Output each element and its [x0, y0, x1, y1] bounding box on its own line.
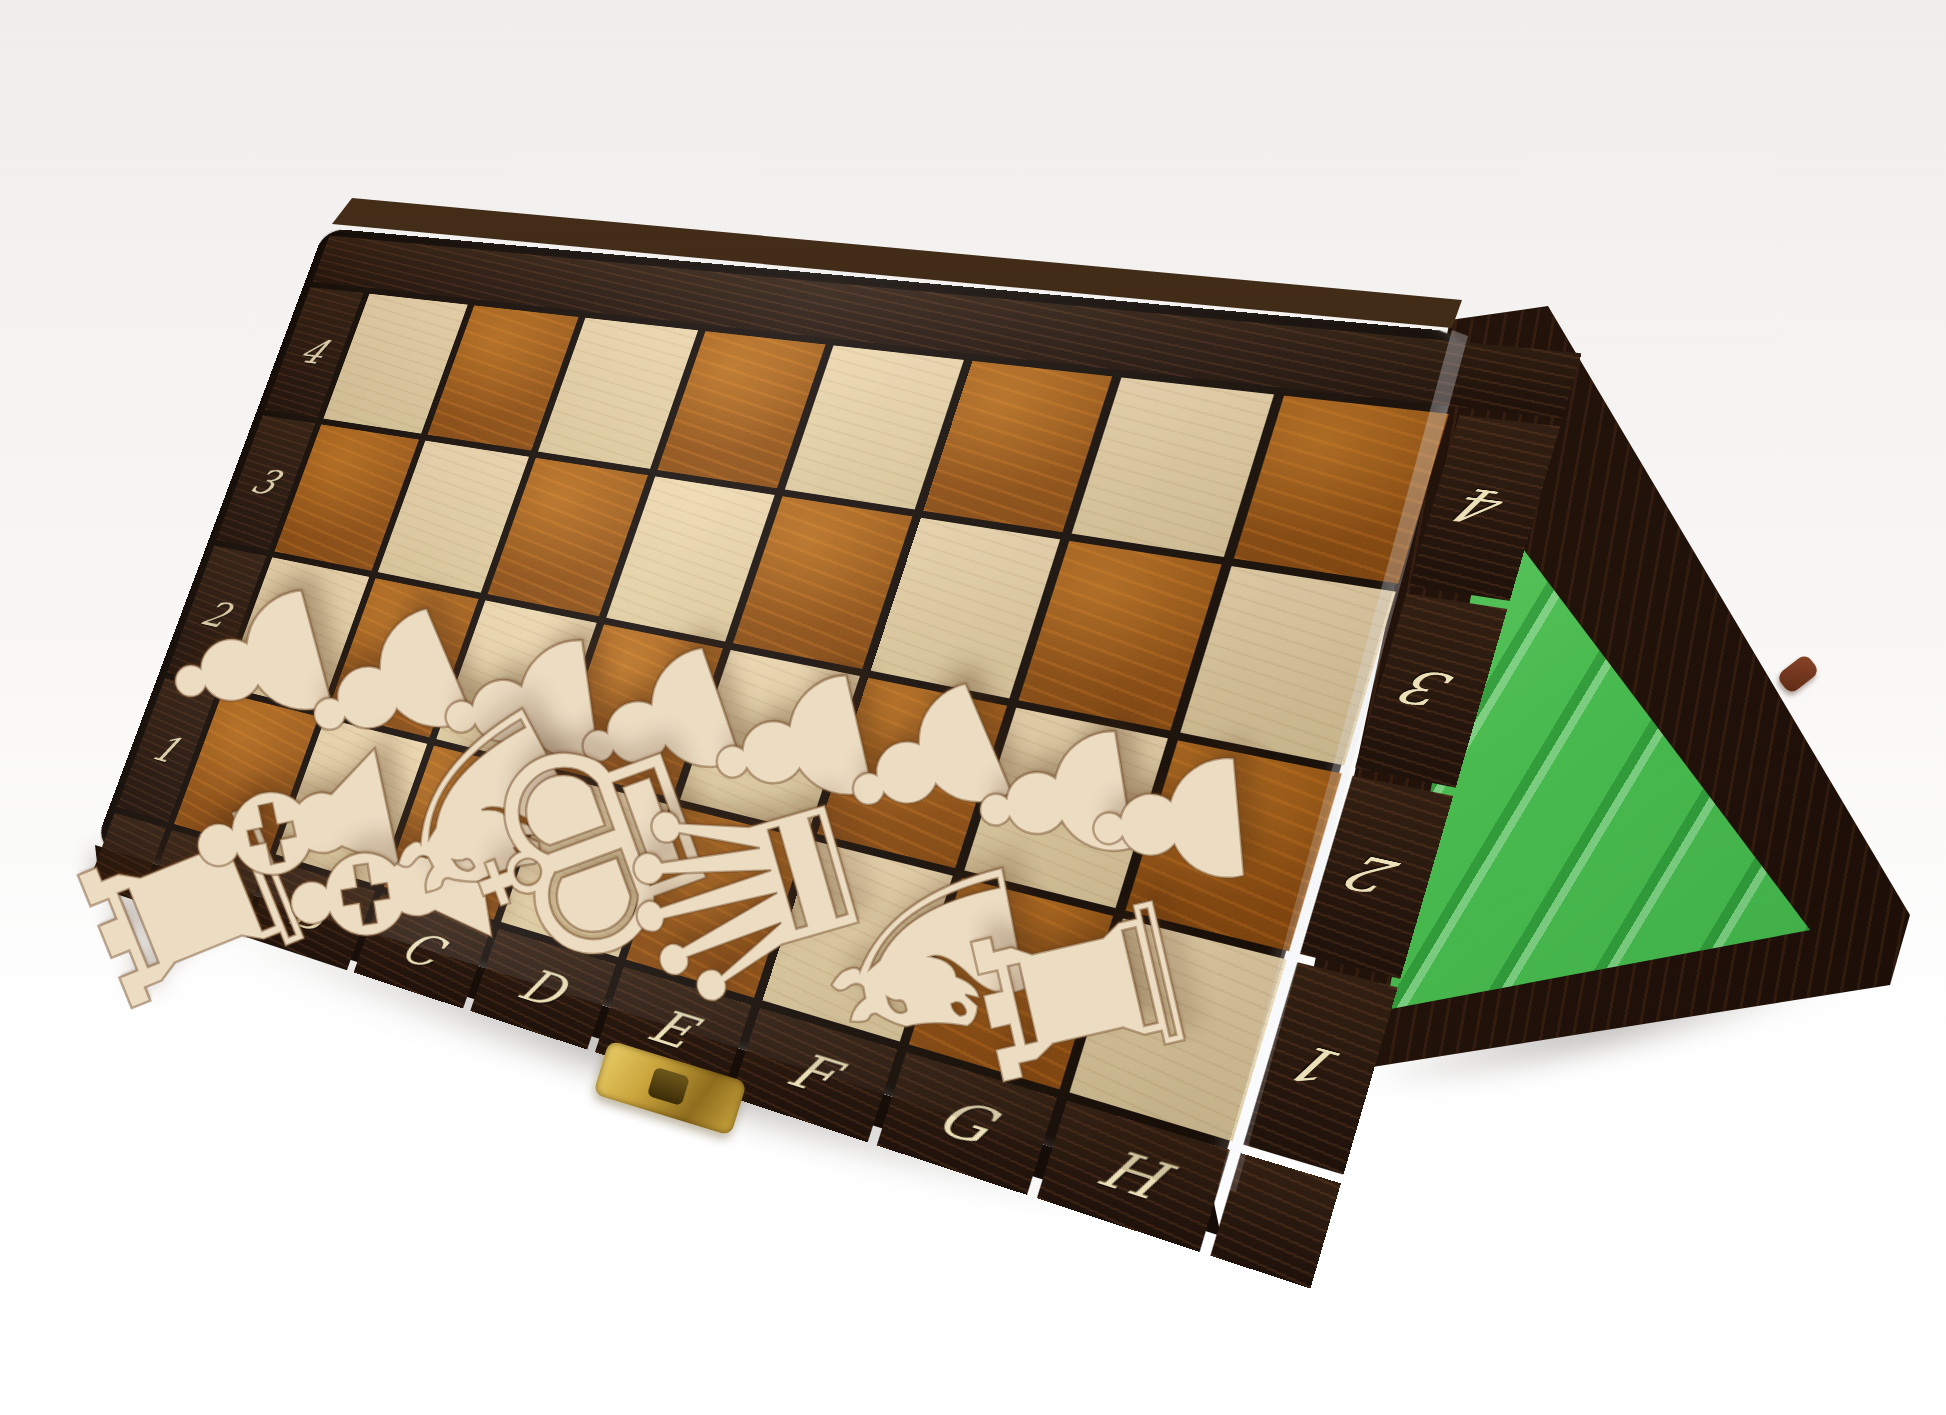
loose-pieces-layer: ♟♟♟♟♟♟♟♟♜♝♝♞♚♛♞♜ [0, 0, 1946, 1415]
photo-scene: 44332211ABCDEFGH ♟♟♟♟♟♟♟♟♜♝♝♞♚♛♞♜ [0, 0, 1946, 1415]
